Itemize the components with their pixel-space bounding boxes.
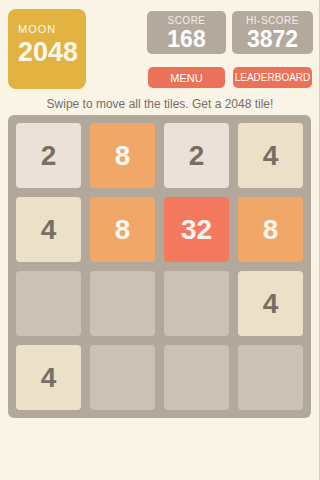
hi-score-box: HI-SCORE 3872 xyxy=(232,11,313,54)
board-cell-r1c4: 4 xyxy=(238,123,303,188)
tile-2: 2 xyxy=(189,140,205,172)
app-logo: MOON 2048 xyxy=(8,9,86,89)
board[interactable]: 28244832844 xyxy=(8,115,311,418)
tile-8: 8 xyxy=(115,140,131,172)
tile-32: 32 xyxy=(181,214,212,246)
board-cell-r1c2: 8 xyxy=(90,123,155,188)
board-cell-r4c2 xyxy=(90,345,155,410)
board-cell-r1c3: 2 xyxy=(164,123,229,188)
board-cell-r4c3 xyxy=(164,345,229,410)
score-box: SCORE 168 xyxy=(147,11,226,54)
hi-score-value: 3872 xyxy=(247,27,298,51)
board-cell-r1c1: 2 xyxy=(16,123,81,188)
board-cell-r2c4: 8 xyxy=(238,197,303,262)
tile-8: 8 xyxy=(115,214,131,246)
board-cell-r3c4: 4 xyxy=(238,271,303,336)
instructions-text: Swipe to move all the tiles. Get a 2048 … xyxy=(0,97,320,111)
board-cell-r3c3 xyxy=(164,271,229,336)
tile-4: 4 xyxy=(41,362,57,394)
menu-button[interactable]: MENU xyxy=(148,67,225,88)
tile-2: 2 xyxy=(41,140,57,172)
board-cell-r2c3: 32 xyxy=(164,197,229,262)
board-cell-r2c2: 8 xyxy=(90,197,155,262)
tile-4: 4 xyxy=(263,140,279,172)
board-cell-r2c1: 4 xyxy=(16,197,81,262)
tile-4: 4 xyxy=(41,214,57,246)
tile-8: 8 xyxy=(263,214,279,246)
board-cell-r4c4 xyxy=(238,345,303,410)
board-cell-r3c2 xyxy=(90,271,155,336)
app-title-number: 2048 xyxy=(18,37,86,68)
leaderboard-button[interactable]: LEADERBOARD xyxy=(233,67,312,88)
board-cell-r4c1: 4 xyxy=(16,345,81,410)
board-cell-r3c1 xyxy=(16,271,81,336)
app-brand: MOON xyxy=(18,22,86,37)
score-value: 168 xyxy=(167,27,205,51)
tile-4: 4 xyxy=(263,288,279,320)
